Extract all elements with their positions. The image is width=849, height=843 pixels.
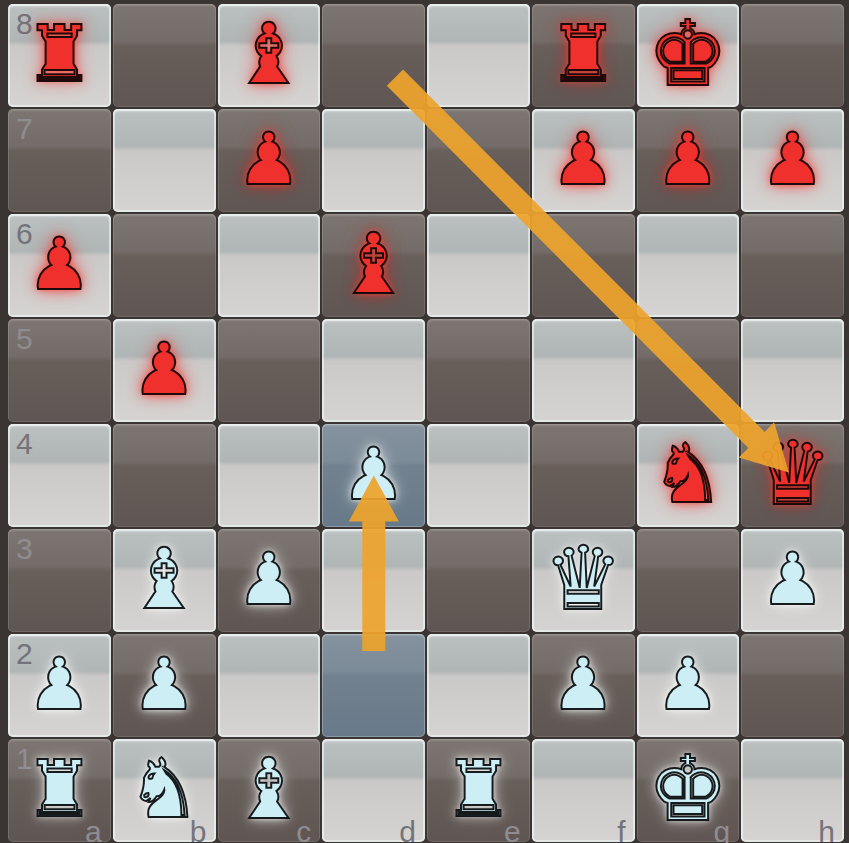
square-c6[interactable] (218, 214, 321, 317)
white-pawn-piece[interactable]: ♟ (8, 632, 111, 735)
square-c2[interactable] (218, 634, 321, 737)
red-pawn-piece[interactable]: ♟ (637, 107, 740, 210)
square-b1[interactable]: b♞ (113, 739, 216, 842)
square-f4[interactable] (532, 424, 635, 527)
red-queen-piece[interactable]: ♛ (741, 422, 844, 525)
square-g1[interactable]: g♚ (637, 739, 740, 842)
square-h8[interactable] (741, 4, 844, 107)
square-d2[interactable] (322, 634, 425, 737)
square-g2[interactable]: ♟ (637, 634, 740, 737)
square-d3[interactable] (322, 529, 425, 632)
chess-app-window: 8♜♝♜♚7♟♟♟♟6♟♝5♟4♟♞♛3♝♟♛♟2♟♟♟♟1a♜b♞c♝de♜f… (0, 0, 849, 843)
chess-board: 8♜♝♜♚7♟♟♟♟6♟♝5♟4♟♞♛3♝♟♛♟2♟♟♟♟1a♜b♞c♝de♜f… (8, 4, 844, 842)
square-d6[interactable]: ♝ (322, 214, 425, 317)
square-a4[interactable]: 4 (8, 424, 111, 527)
square-g3[interactable] (637, 529, 740, 632)
square-c5[interactable] (218, 319, 321, 422)
red-king-piece[interactable]: ♚ (637, 2, 740, 105)
red-pawn-piece[interactable]: ♟ (8, 212, 111, 315)
white-pawn-piece[interactable]: ♟ (532, 632, 635, 735)
square-d5[interactable] (322, 319, 425, 422)
white-rook-piece[interactable]: ♜ (8, 737, 111, 840)
square-d7[interactable] (322, 109, 425, 212)
white-pawn-piece[interactable]: ♟ (322, 422, 425, 525)
white-knight-piece[interactable]: ♞ (113, 737, 216, 840)
square-h3[interactable]: ♟ (741, 529, 844, 632)
white-pawn-piece[interactable]: ♟ (113, 632, 216, 735)
red-bishop-piece[interactable]: ♝ (322, 212, 425, 315)
rank-label-5: 5 (16, 324, 33, 354)
square-g7[interactable]: ♟ (637, 109, 740, 212)
square-a1[interactable]: 1a♜ (8, 739, 111, 842)
square-f5[interactable] (532, 319, 635, 422)
square-d1[interactable]: d (322, 739, 425, 842)
white-king-piece[interactable]: ♚ (637, 737, 740, 840)
square-c3[interactable]: ♟ (218, 529, 321, 632)
square-a7[interactable]: 7 (8, 109, 111, 212)
square-b8[interactable] (113, 4, 216, 107)
file-label-f: f (617, 817, 625, 843)
red-rook-piece[interactable]: ♜ (8, 2, 111, 105)
square-e6[interactable] (427, 214, 530, 317)
red-pawn-piece[interactable]: ♟ (532, 107, 635, 210)
white-bishop-piece[interactable]: ♝ (218, 737, 321, 840)
square-b2[interactable]: ♟ (113, 634, 216, 737)
square-h1[interactable]: h (741, 739, 844, 842)
square-f3[interactable]: ♛ (532, 529, 635, 632)
square-f6[interactable] (532, 214, 635, 317)
file-label-h: h (818, 817, 835, 843)
red-pawn-piece[interactable]: ♟ (741, 107, 844, 210)
square-a6[interactable]: 6♟ (8, 214, 111, 317)
square-h4[interactable]: ♛ (741, 424, 844, 527)
square-e7[interactable] (427, 109, 530, 212)
square-b4[interactable] (113, 424, 216, 527)
white-pawn-piece[interactable]: ♟ (218, 527, 321, 630)
square-e8[interactable] (427, 4, 530, 107)
white-pawn-piece[interactable]: ♟ (741, 527, 844, 630)
square-f2[interactable]: ♟ (532, 634, 635, 737)
white-bishop-piece[interactable]: ♝ (113, 527, 216, 630)
square-f8[interactable]: ♜ (532, 4, 635, 107)
square-h7[interactable]: ♟ (741, 109, 844, 212)
square-e4[interactable] (427, 424, 530, 527)
red-rook-piece[interactable]: ♜ (532, 2, 635, 105)
square-g6[interactable] (637, 214, 740, 317)
square-b3[interactable]: ♝ (113, 529, 216, 632)
red-bishop-piece[interactable]: ♝ (218, 2, 321, 105)
square-a8[interactable]: 8♜ (8, 4, 111, 107)
red-pawn-piece[interactable]: ♟ (113, 317, 216, 420)
square-b7[interactable] (113, 109, 216, 212)
rank-label-3: 3 (16, 534, 33, 564)
square-g5[interactable] (637, 319, 740, 422)
file-label-d: d (399, 817, 416, 843)
square-g8[interactable]: ♚ (637, 4, 740, 107)
square-h5[interactable] (741, 319, 844, 422)
square-c8[interactable]: ♝ (218, 4, 321, 107)
square-e1[interactable]: e♜ (427, 739, 530, 842)
square-h6[interactable] (741, 214, 844, 317)
rank-label-4: 4 (16, 429, 33, 459)
square-a5[interactable]: 5 (8, 319, 111, 422)
square-b5[interactable]: ♟ (113, 319, 216, 422)
square-g4[interactable]: ♞ (637, 424, 740, 527)
square-c1[interactable]: c♝ (218, 739, 321, 842)
square-e2[interactable] (427, 634, 530, 737)
white-rook-piece[interactable]: ♜ (427, 737, 530, 840)
square-a3[interactable]: 3 (8, 529, 111, 632)
rank-label-7: 7 (16, 114, 33, 144)
white-pawn-piece[interactable]: ♟ (637, 632, 740, 735)
square-b6[interactable] (113, 214, 216, 317)
square-d8[interactable] (322, 4, 425, 107)
square-a2[interactable]: 2♟ (8, 634, 111, 737)
white-queen-piece[interactable]: ♛ (532, 527, 635, 630)
square-h2[interactable] (741, 634, 844, 737)
square-e3[interactable] (427, 529, 530, 632)
red-pawn-piece[interactable]: ♟ (218, 107, 321, 210)
square-c4[interactable] (218, 424, 321, 527)
square-f1[interactable]: f (532, 739, 635, 842)
square-f7[interactable]: ♟ (532, 109, 635, 212)
square-e5[interactable] (427, 319, 530, 422)
red-knight-piece[interactable]: ♞ (637, 422, 740, 525)
square-c7[interactable]: ♟ (218, 109, 321, 212)
square-d4[interactable]: ♟ (322, 424, 425, 527)
